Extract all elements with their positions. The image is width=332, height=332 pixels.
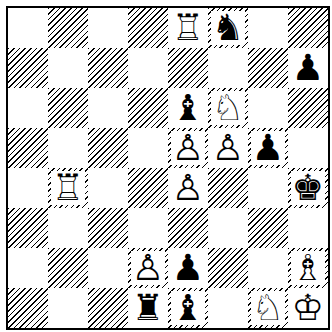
square-b4[interactable]: ♖ (48, 168, 88, 208)
square-a6[interactable] (8, 88, 48, 128)
square-f8[interactable]: ♞ (208, 8, 248, 48)
square-b6[interactable] (48, 88, 88, 128)
piece-black-rook[interactable]: ♜ (132, 288, 164, 328)
square-e3[interactable] (168, 208, 208, 248)
chess-board: ♖♞♟♝♘♙♙♟♖♙♚♙♟♗♜♝♘♔ (8, 8, 328, 328)
piece-black-pawn[interactable]: ♟ (172, 248, 204, 288)
piece-white-pawn[interactable]: ♙ (212, 128, 244, 168)
square-h3[interactable] (288, 208, 328, 248)
square-e5[interactable]: ♙ (168, 128, 208, 168)
square-g6[interactable] (248, 88, 288, 128)
square-h5[interactable] (288, 128, 328, 168)
square-f2[interactable] (208, 248, 248, 288)
square-d6[interactable] (128, 88, 168, 128)
square-d2[interactable]: ♙ (128, 248, 168, 288)
square-a4[interactable] (8, 168, 48, 208)
square-d7[interactable] (128, 48, 168, 88)
square-e2[interactable]: ♟ (168, 248, 208, 288)
square-c8[interactable] (88, 8, 128, 48)
piece-white-knight[interactable]: ♘ (212, 88, 244, 128)
square-a5[interactable] (8, 128, 48, 168)
square-h2[interactable]: ♗ (288, 248, 328, 288)
piece-white-knight[interactable]: ♘ (252, 288, 284, 328)
piece-white-king[interactable]: ♔ (292, 288, 324, 328)
square-b1[interactable] (48, 288, 88, 328)
square-f5[interactable]: ♙ (208, 128, 248, 168)
board-frame: ♖♞♟♝♘♙♙♟♖♙♚♙♟♗♜♝♘♔ (6, 6, 330, 330)
square-h7[interactable]: ♟ (288, 48, 328, 88)
square-b3[interactable] (48, 208, 88, 248)
square-a1[interactable] (8, 288, 48, 328)
piece-white-pawn[interactable]: ♙ (132, 248, 164, 288)
square-g2[interactable] (248, 248, 288, 288)
square-h8[interactable] (288, 8, 328, 48)
square-h6[interactable] (288, 88, 328, 128)
square-e1[interactable]: ♝ (168, 288, 208, 328)
square-h4[interactable]: ♚ (288, 168, 328, 208)
square-g1[interactable]: ♘ (248, 288, 288, 328)
square-g4[interactable] (248, 168, 288, 208)
piece-white-rook[interactable]: ♖ (172, 8, 204, 48)
square-h1[interactable]: ♔ (288, 288, 328, 328)
square-c2[interactable] (88, 248, 128, 288)
square-d3[interactable] (128, 208, 168, 248)
square-c7[interactable] (88, 48, 128, 88)
square-d8[interactable] (128, 8, 168, 48)
square-b7[interactable] (48, 48, 88, 88)
square-d1[interactable]: ♜ (128, 288, 168, 328)
square-c3[interactable] (88, 208, 128, 248)
square-f6[interactable]: ♘ (208, 88, 248, 128)
piece-white-bishop[interactable]: ♗ (292, 248, 324, 288)
square-g3[interactable] (248, 208, 288, 248)
square-g5[interactable]: ♟ (248, 128, 288, 168)
square-e8[interactable]: ♖ (168, 8, 208, 48)
square-e4[interactable]: ♙ (168, 168, 208, 208)
piece-black-pawn[interactable]: ♟ (252, 128, 284, 168)
square-c6[interactable] (88, 88, 128, 128)
piece-black-king[interactable]: ♚ (292, 168, 324, 208)
square-d5[interactable] (128, 128, 168, 168)
piece-black-knight[interactable]: ♞ (212, 8, 244, 48)
square-c5[interactable] (88, 128, 128, 168)
piece-black-pawn[interactable]: ♟ (292, 48, 324, 88)
square-a8[interactable] (8, 8, 48, 48)
square-d4[interactable] (128, 168, 168, 208)
square-a7[interactable] (8, 48, 48, 88)
piece-white-pawn[interactable]: ♙ (172, 168, 204, 208)
square-e7[interactable] (168, 48, 208, 88)
square-a2[interactable] (8, 248, 48, 288)
square-b5[interactable] (48, 128, 88, 168)
square-f3[interactable] (208, 208, 248, 248)
piece-black-bishop[interactable]: ♝ (172, 288, 204, 328)
chess-diagram: ♖♞♟♝♘♙♙♟♖♙♚♙♟♗♜♝♘♔ (0, 0, 332, 332)
square-a3[interactable] (8, 208, 48, 248)
square-b2[interactable] (48, 248, 88, 288)
piece-white-rook[interactable]: ♖ (52, 168, 84, 208)
piece-white-pawn[interactable]: ♙ (172, 128, 204, 168)
square-e6[interactable]: ♝ (168, 88, 208, 128)
square-g8[interactable] (248, 8, 288, 48)
square-f7[interactable] (208, 48, 248, 88)
square-f4[interactable] (208, 168, 248, 208)
square-b8[interactable] (48, 8, 88, 48)
square-g7[interactable] (248, 48, 288, 88)
piece-black-bishop[interactable]: ♝ (172, 88, 204, 128)
square-f1[interactable] (208, 288, 248, 328)
square-c1[interactable] (88, 288, 128, 328)
square-c4[interactable] (88, 168, 128, 208)
